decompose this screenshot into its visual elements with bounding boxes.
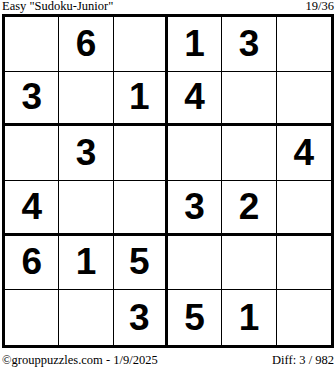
header-bar: Easy "Sudoku-Junior" 19/36 — [2, 0, 334, 13]
cell-r1c5: 3 — [222, 17, 276, 72]
sudoku-board: 61331434432615351 — [2, 14, 334, 348]
cell-r6c2[interactable] — [59, 290, 113, 345]
cell-r4c5: 2 — [222, 181, 276, 236]
footer-bar: ©grouppuzzles.com - 1/9/2025 Diff: 3 / 9… — [2, 353, 334, 369]
cell-r5c4[interactable] — [168, 236, 222, 291]
copyright-text: ©grouppuzzles.com - 1/9/2025 — [2, 353, 158, 368]
cell-r4c4: 3 — [168, 181, 222, 236]
page-title: Easy "Sudoku-Junior" — [2, 0, 113, 13]
cell-r2c3: 1 — [114, 72, 168, 127]
cell-r3c1[interactable] — [5, 126, 59, 181]
cell-r6c4: 5 — [168, 290, 222, 345]
cell-r3c6: 4 — [277, 126, 331, 181]
puzzle-page: Easy "Sudoku-Junior" 19/36 6133143443261… — [0, 0, 336, 370]
cell-r3c5[interactable] — [222, 126, 276, 181]
cell-r4c2[interactable] — [59, 181, 113, 236]
cell-r3c2: 3 — [59, 126, 113, 181]
cell-r2c4: 4 — [168, 72, 222, 127]
cell-r6c1[interactable] — [5, 290, 59, 345]
cell-r1c1[interactable] — [5, 17, 59, 72]
cell-r5c6[interactable] — [277, 236, 331, 291]
cell-r3c4[interactable] — [168, 126, 222, 181]
cell-r2c1: 3 — [5, 72, 59, 127]
difficulty-text: Diff: 3 / 982 — [272, 353, 334, 368]
cell-r6c6[interactable] — [277, 290, 331, 345]
cell-r6c5: 1 — [222, 290, 276, 345]
cell-r5c2: 1 — [59, 236, 113, 291]
cell-r1c2: 6 — [59, 17, 113, 72]
cell-r4c6[interactable] — [277, 181, 331, 236]
cell-r4c1: 4 — [5, 181, 59, 236]
cell-r5c1: 6 — [5, 236, 59, 291]
cell-r3c3[interactable] — [114, 126, 168, 181]
cell-r1c4: 1 — [168, 17, 222, 72]
cell-r6c3: 3 — [114, 290, 168, 345]
cell-r4c3[interactable] — [114, 181, 168, 236]
cell-r5c5[interactable] — [222, 236, 276, 291]
cell-r5c3: 5 — [114, 236, 168, 291]
cell-r2c6[interactable] — [277, 72, 331, 127]
puzzle-counter: 19/36 — [306, 0, 334, 13]
cell-r2c2[interactable] — [59, 72, 113, 127]
cell-r1c6[interactable] — [277, 17, 331, 72]
cell-r1c3[interactable] — [114, 17, 168, 72]
cell-r2c5[interactable] — [222, 72, 276, 127]
